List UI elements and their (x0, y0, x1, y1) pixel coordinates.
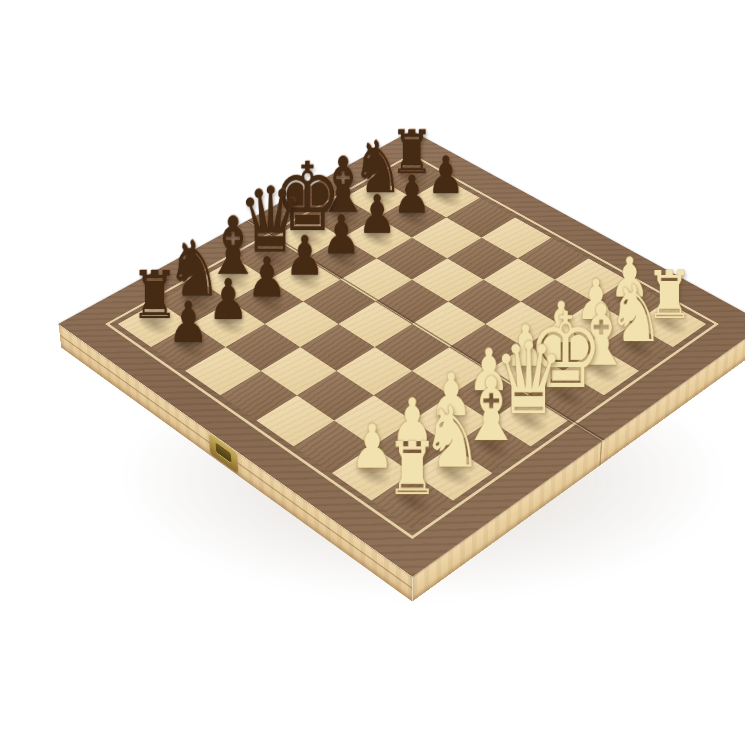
piece-shadow-h8 (389, 166, 434, 191)
piece-shadow-f7 (354, 224, 401, 252)
piece-white-rook-a1: ♜ (359, 373, 465, 506)
fold-seam-side (599, 441, 602, 466)
piece-shadow-h7 (423, 185, 469, 211)
product-photo-scene: ♜♟♟♜♞♟♟♞♝♟♟♝♚♟♟♚♛♟♟♛♝♟♟♝♞♟♟♞♜♟♟♜ (0, 0, 745, 742)
piece-shadow-g7 (389, 204, 435, 231)
piece-shadow-f8 (320, 204, 366, 231)
piece-black-pawn-a7: ♟ (140, 229, 237, 351)
piece-shadow-g8 (355, 185, 401, 211)
piece-shadow-e7 (318, 244, 365, 272)
clasp-slot (215, 442, 231, 463)
piece-shadow-e8 (284, 224, 330, 252)
piece-shadow-d7 (281, 265, 329, 294)
